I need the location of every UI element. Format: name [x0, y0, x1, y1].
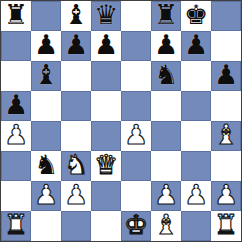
white-pawn: ♟ — [64, 181, 88, 210]
square-g5[interactable] — [181, 91, 211, 121]
square-d7[interactable]: ♟ — [91, 31, 121, 61]
square-a2[interactable] — [1, 181, 31, 211]
square-b5[interactable] — [31, 91, 61, 121]
black-rook: ♜ — [154, 1, 178, 30]
white-bishop: ♝ — [214, 121, 238, 150]
square-a5[interactable]: ♟ — [1, 91, 31, 121]
black-pawn: ♟ — [184, 31, 208, 60]
square-a7[interactable] — [1, 31, 31, 61]
square-b3[interactable]: ♞ — [31, 151, 61, 181]
white-pawn: ♟ — [184, 181, 208, 210]
square-f2[interactable]: ♟ — [151, 181, 181, 211]
black-bishop: ♝ — [64, 1, 88, 30]
square-a8[interactable]: ♜ — [1, 1, 31, 31]
square-g6[interactable] — [181, 61, 211, 91]
square-h3[interactable] — [211, 151, 241, 181]
square-b7[interactable]: ♟ — [31, 31, 61, 61]
black-knight: ♞ — [154, 61, 178, 90]
square-c6[interactable] — [61, 61, 91, 91]
square-c7[interactable]: ♟ — [61, 31, 91, 61]
square-c5[interactable] — [61, 91, 91, 121]
square-a3[interactable] — [1, 151, 31, 181]
square-f8[interactable]: ♜ — [151, 1, 181, 31]
black-knight: ♞ — [34, 151, 58, 180]
square-g7[interactable]: ♟ — [181, 31, 211, 61]
square-d6[interactable] — [91, 61, 121, 91]
white-pawn: ♟ — [214, 181, 238, 210]
square-e1[interactable]: ♚ — [121, 211, 151, 241]
square-c1[interactable] — [61, 211, 91, 241]
square-a4[interactable]: ♟ — [1, 121, 31, 151]
black-bishop: ♝ — [34, 61, 58, 90]
square-h7[interactable] — [211, 31, 241, 61]
white-rook: ♜ — [214, 211, 238, 240]
square-d1[interactable] — [91, 211, 121, 241]
black-pawn: ♟ — [64, 31, 88, 60]
square-c3[interactable]: ♞ — [61, 151, 91, 181]
square-d2[interactable] — [91, 181, 121, 211]
black-pawn: ♟ — [214, 61, 238, 90]
white-pawn: ♟ — [34, 181, 58, 210]
square-c2[interactable]: ♟ — [61, 181, 91, 211]
square-d4[interactable] — [91, 121, 121, 151]
square-e7[interactable] — [121, 31, 151, 61]
square-f7[interactable]: ♟ — [151, 31, 181, 61]
square-e2[interactable] — [121, 181, 151, 211]
square-h6[interactable]: ♟ — [211, 61, 241, 91]
square-f4[interactable] — [151, 121, 181, 151]
white-king: ♚ — [124, 211, 148, 240]
square-e6[interactable] — [121, 61, 151, 91]
white-pawn: ♟ — [124, 121, 148, 150]
white-pawn: ♟ — [154, 181, 178, 210]
white-pawn: ♟ — [4, 121, 28, 150]
square-f5[interactable] — [151, 91, 181, 121]
square-g2[interactable]: ♟ — [181, 181, 211, 211]
square-c8[interactable]: ♝ — [61, 1, 91, 31]
square-h2[interactable]: ♟ — [211, 181, 241, 211]
square-g8[interactable]: ♚ — [181, 1, 211, 31]
white-queen: ♛ — [94, 151, 118, 180]
black-pawn: ♟ — [94, 31, 118, 60]
white-bishop: ♝ — [154, 211, 178, 240]
square-d8[interactable]: ♛ — [91, 1, 121, 31]
black-pawn: ♟ — [4, 91, 28, 120]
black-king: ♚ — [184, 1, 208, 30]
square-h1[interactable]: ♜ — [211, 211, 241, 241]
square-f1[interactable]: ♝ — [151, 211, 181, 241]
square-b1[interactable] — [31, 211, 61, 241]
white-rook: ♜ — [4, 211, 28, 240]
square-b8[interactable] — [31, 1, 61, 31]
square-g4[interactable] — [181, 121, 211, 151]
square-e3[interactable] — [121, 151, 151, 181]
square-g1[interactable] — [181, 211, 211, 241]
square-a1[interactable]: ♜ — [1, 211, 31, 241]
square-f6[interactable]: ♞ — [151, 61, 181, 91]
square-g3[interactable] — [181, 151, 211, 181]
square-h5[interactable] — [211, 91, 241, 121]
square-d3[interactable]: ♛ — [91, 151, 121, 181]
square-e8[interactable] — [121, 1, 151, 31]
square-b4[interactable] — [31, 121, 61, 151]
square-b2[interactable]: ♟ — [31, 181, 61, 211]
square-c4[interactable] — [61, 121, 91, 151]
white-knight: ♞ — [64, 151, 88, 180]
square-h8[interactable] — [211, 1, 241, 31]
black-rook: ♜ — [4, 1, 28, 30]
square-h4[interactable]: ♝ — [211, 121, 241, 151]
black-queen: ♛ — [94, 1, 118, 30]
square-a6[interactable] — [1, 61, 31, 91]
black-pawn: ♟ — [154, 31, 178, 60]
square-d5[interactable] — [91, 91, 121, 121]
square-f3[interactable] — [151, 151, 181, 181]
black-pawn: ♟ — [34, 31, 58, 60]
square-e4[interactable]: ♟ — [121, 121, 151, 151]
chess-board: ♜♝♛♜♚♟♟♟♟♟♝♞♟♟♟♟♝♞♞♛♟♟♟♟♟♜♚♝♜ — [0, 0, 242, 242]
square-e5[interactable] — [121, 91, 151, 121]
square-b6[interactable]: ♝ — [31, 61, 61, 91]
